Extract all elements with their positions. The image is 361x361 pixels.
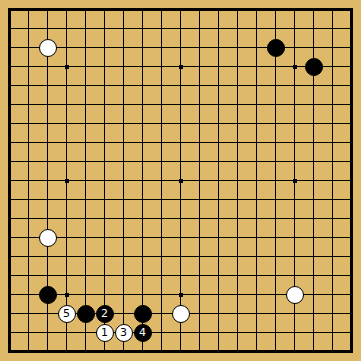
black-stone	[134, 305, 152, 323]
white-stone	[39, 229, 57, 247]
black-stone	[39, 286, 57, 304]
star-point	[179, 179, 183, 183]
star-point	[65, 293, 69, 297]
move-2-stone-black: 2	[96, 305, 114, 323]
star-point	[179, 65, 183, 69]
star-point	[293, 65, 297, 69]
black-stone	[77, 305, 95, 323]
move-4-stone-black: 4	[134, 324, 152, 342]
white-stone	[172, 305, 190, 323]
black-stone	[305, 58, 323, 76]
move-5-stone-white: 5	[58, 305, 76, 323]
move-1-stone-white: 1	[96, 324, 114, 342]
star-point	[65, 179, 69, 183]
black-stone	[267, 39, 285, 57]
white-stone	[286, 286, 304, 304]
board-grid: 52134	[0, 0, 361, 361]
move-3-stone-white: 3	[115, 324, 133, 342]
go-board: 52134	[0, 0, 361, 361]
star-point	[293, 179, 297, 183]
white-stone	[39, 39, 57, 57]
star-point	[179, 293, 183, 297]
star-point	[65, 65, 69, 69]
